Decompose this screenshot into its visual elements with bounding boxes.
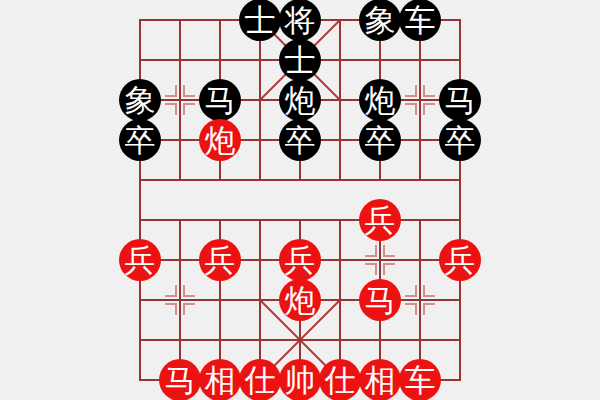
point-marker-corner [183,303,195,315]
piece-black-elephant[interactable]: 象 [119,79,161,121]
grid-line [339,19,341,181]
point-marker-corner [183,103,195,115]
piece-black-elephant[interactable]: 象 [359,0,401,41]
piece-black-cannon[interactable]: 炮 [359,79,401,121]
xiangqi-board[interactable]: 士将象车士象马炮炮马卒炮卒卒卒兵兵兵兵兵炮马马相仕帅仕相车 [140,20,460,380]
point-marker-corner [165,85,177,97]
point-marker-corner [423,285,435,297]
piece-black-general[interactable]: 将 [279,0,321,41]
piece-black-horse[interactable]: 马 [439,79,481,121]
point-marker-corner [423,85,435,97]
point-marker-corner [405,303,417,315]
point-marker-corner [405,103,417,115]
point-marker [405,285,435,315]
grid-line [339,219,341,381]
board-stage: 士将象车士象马炮炮马卒炮卒卒卒兵兵兵兵兵炮马马相仕帅仕相车 [0,0,600,400]
grid-line [259,19,261,181]
point-marker-corner [165,285,177,297]
piece-red-soldier[interactable]: 兵 [199,239,241,281]
piece-black-horse[interactable]: 马 [199,79,241,121]
piece-black-advisor[interactable]: 士 [239,0,281,41]
piece-red-cannon[interactable]: 炮 [279,279,321,321]
piece-red-horse[interactable]: 马 [359,279,401,321]
point-marker-corner [183,85,195,97]
piece-red-advisor[interactable]: 仕 [239,359,281,400]
point-marker-corner [365,245,377,257]
piece-black-soldier[interactable]: 卒 [279,119,321,161]
piece-red-elephant[interactable]: 相 [359,359,401,400]
piece-black-soldier[interactable]: 卒 [439,119,481,161]
point-marker-corner [365,263,377,275]
grid-line [459,19,461,381]
piece-red-advisor[interactable]: 仕 [319,359,361,400]
point-marker-corner [423,103,435,115]
point-marker [165,85,195,115]
point-marker-corner [405,85,417,97]
piece-red-cannon[interactable]: 炮 [199,119,241,161]
piece-red-soldier[interactable]: 兵 [119,239,161,281]
piece-red-soldier[interactable]: 兵 [439,239,481,281]
point-marker [365,245,395,275]
point-marker-corner [383,245,395,257]
point-marker-corner [383,263,395,275]
point-marker [165,285,195,315]
point-marker-corner [165,303,177,315]
piece-red-soldier[interactable]: 兵 [359,199,401,241]
grid-line [259,219,261,381]
piece-red-soldier[interactable]: 兵 [279,239,321,281]
point-marker-corner [423,303,435,315]
piece-red-chariot[interactable]: 车 [399,359,441,400]
point-marker-corner [183,285,195,297]
piece-black-chariot[interactable]: 车 [399,0,441,41]
piece-black-advisor[interactable]: 士 [279,39,321,81]
point-marker-corner [405,285,417,297]
piece-red-general[interactable]: 帅 [279,359,321,400]
piece-black-soldier[interactable]: 卒 [119,119,161,161]
piece-black-cannon[interactable]: 炮 [279,79,321,121]
grid-line [139,19,141,381]
piece-black-soldier[interactable]: 卒 [359,119,401,161]
point-marker [405,85,435,115]
point-marker-corner [165,103,177,115]
piece-red-elephant[interactable]: 相 [199,359,241,400]
piece-red-horse[interactable]: 马 [159,359,201,400]
